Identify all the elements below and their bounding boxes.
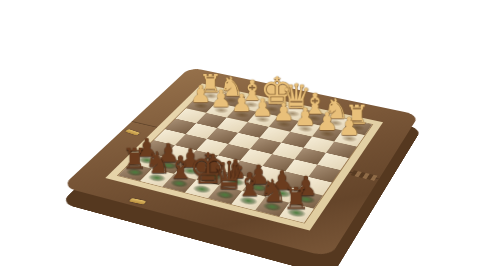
piece-white-pawn: ♟ — [315, 110, 338, 134]
piece-black-queen: ♛ — [212, 157, 238, 196]
piece-white-pawn: ♟ — [230, 91, 253, 115]
piece-white-pawn: ♟ — [293, 105, 316, 129]
folding-chess-board: ♜♞♝♚♛♝♞♜♟♟♟♟♟♟♟♟♟♟♟♟♟♟♟♟♜♞♝♚♛♝♞♜ — [62, 67, 420, 257]
brass-latch-icon — [129, 198, 146, 205]
piece-white-pawn: ♟ — [251, 96, 274, 120]
piece-black-knight: ♞ — [144, 148, 169, 178]
piece-black-rook: ♜ — [283, 184, 309, 214]
chess-board: ♜♞♝♚♛♝♞♜♟♟♟♟♟♟♟♟♟♟♟♟♟♟♟♟♜♞♝♚♛♝♞♜ — [117, 88, 374, 223]
piece-black-king: ♚ — [189, 147, 214, 189]
finger-joint — [350, 170, 377, 181]
piece-black-bishop: ♝ — [235, 169, 261, 201]
fold-seam — [131, 121, 157, 128]
chess-set-scene: ♜♞♝♚♛♝♞♜♟♟♟♟♟♟♟♟♟♟♟♟♟♟♟♟♜♞♝♚♛♝♞♜ — [0, 0, 500, 266]
square-a8: ♜ — [279, 203, 313, 223]
piece-white-pawn: ♟ — [210, 87, 233, 111]
piece-white-pawn: ♟ — [189, 83, 211, 106]
piece-white-pawn: ♟ — [337, 114, 361, 139]
piece-black-bishop: ♝ — [166, 152, 191, 184]
piece-black-knight: ♞ — [259, 176, 285, 208]
piece-white-pawn: ♟ — [272, 100, 295, 124]
chess-set-photo: ♜♞♝♚♛♝♞♜♟♟♟♟♟♟♟♟♟♟♟♟♟♟♟♟♜♞♝♚♛♝♞♜ — [0, 0, 500, 266]
board-frame: ♜♞♝♚♛♝♞♜♟♟♟♟♟♟♟♟♟♟♟♟♟♟♟♟♜♞♝♚♛♝♞♜ — [62, 67, 420, 257]
board-border: ♜♞♝♚♛♝♞♜♟♟♟♟♟♟♟♟♟♟♟♟♟♟♟♟♜♞♝♚♛♝♞♜ — [105, 84, 383, 231]
